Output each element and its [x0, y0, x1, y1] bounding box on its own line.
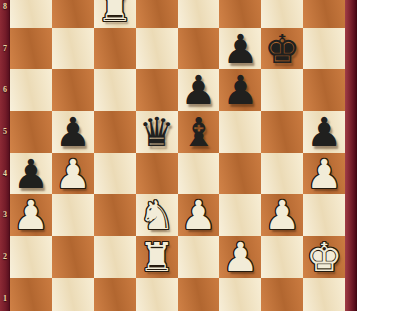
square-c3[interactable] — [94, 194, 136, 236]
square-b2[interactable] — [52, 236, 94, 278]
square-b5[interactable]: ♟ — [52, 111, 94, 153]
square-a1[interactable] — [10, 278, 52, 311]
rank-label-5: 5 — [0, 127, 10, 137]
rank-label-1: 1 — [0, 294, 10, 304]
square-g5[interactable] — [261, 111, 303, 153]
square-h1[interactable] — [303, 278, 345, 311]
square-f5[interactable] — [219, 111, 261, 153]
piece-black-pawn: ♟ — [10, 153, 52, 195]
square-e7[interactable] — [178, 28, 220, 70]
square-b3[interactable] — [52, 194, 94, 236]
square-e1[interactable] — [178, 278, 220, 311]
square-h2[interactable]: ♚ — [303, 236, 345, 278]
piece-white-pawn: ♟ — [178, 194, 220, 236]
piece-white-pawn: ♟ — [10, 194, 52, 236]
rank-label-6: 6 — [0, 85, 10, 95]
piece-white-king: ♚ — [303, 236, 345, 278]
piece-white-pawn: ♟ — [219, 236, 261, 278]
square-b8[interactable] — [52, 0, 94, 28]
square-a7[interactable] — [10, 28, 52, 70]
square-c5[interactable] — [94, 111, 136, 153]
square-b4[interactable]: ♟ — [52, 153, 94, 195]
square-a6[interactable] — [10, 69, 52, 111]
square-g3[interactable]: ♟ — [261, 194, 303, 236]
square-d4[interactable] — [136, 153, 178, 195]
piece-black-pawn: ♟ — [303, 111, 345, 153]
piece-white-knight: ♞ — [136, 194, 178, 236]
square-g6[interactable] — [261, 69, 303, 111]
square-c4[interactable] — [94, 153, 136, 195]
square-h3[interactable] — [303, 194, 345, 236]
square-c8[interactable]: ♜ — [94, 0, 136, 28]
square-g7[interactable]: ♚ — [261, 28, 303, 70]
piece-black-pawn: ♟ — [52, 111, 94, 153]
square-g2[interactable] — [261, 236, 303, 278]
square-f1[interactable] — [219, 278, 261, 311]
piece-black-pawn: ♟ — [178, 69, 220, 111]
square-c1[interactable] — [94, 278, 136, 311]
piece-white-pawn: ♟ — [303, 153, 345, 195]
rank-label-4: 4 — [0, 169, 10, 179]
square-a4[interactable]: ♟ — [10, 153, 52, 195]
square-f2[interactable]: ♟ — [219, 236, 261, 278]
square-g8[interactable] — [261, 0, 303, 28]
square-d2[interactable]: ♜ — [136, 236, 178, 278]
square-f3[interactable] — [219, 194, 261, 236]
square-h7[interactable] — [303, 28, 345, 70]
square-b1[interactable] — [52, 278, 94, 311]
square-f4[interactable] — [219, 153, 261, 195]
square-h5[interactable]: ♟ — [303, 111, 345, 153]
square-d6[interactable] — [136, 69, 178, 111]
square-d3[interactable]: ♞ — [136, 194, 178, 236]
square-f6[interactable]: ♟ — [219, 69, 261, 111]
square-e4[interactable] — [178, 153, 220, 195]
rank-label-3: 3 — [0, 210, 10, 220]
square-b6[interactable] — [52, 69, 94, 111]
square-h8[interactable] — [303, 0, 345, 28]
square-d7[interactable] — [136, 28, 178, 70]
square-e8[interactable] — [178, 0, 220, 28]
board-frame-right — [345, 0, 357, 311]
square-a8[interactable] — [10, 0, 52, 28]
piece-white-rook: ♜ — [94, 0, 136, 28]
piece-black-queen: ♛ — [136, 111, 178, 153]
piece-black-pawn: ♟ — [219, 28, 261, 70]
piece-black-bishop: ♝ — [178, 111, 220, 153]
square-d8[interactable] — [136, 0, 178, 28]
square-f8[interactable] — [219, 0, 261, 28]
square-a3[interactable]: ♟ — [10, 194, 52, 236]
square-e2[interactable] — [178, 236, 220, 278]
square-a5[interactable] — [10, 111, 52, 153]
chess-diagram: ♜♟♚♟♟♟♛♝♟♟♟♟♟♞♟♟♜♟♚ 87654321 — [0, 0, 414, 311]
piece-white-rook: ♜ — [136, 236, 178, 278]
piece-white-pawn: ♟ — [261, 194, 303, 236]
square-c6[interactable] — [94, 69, 136, 111]
rank-label-7: 7 — [0, 44, 10, 54]
square-a2[interactable] — [10, 236, 52, 278]
square-g1[interactable] — [261, 278, 303, 311]
square-e3[interactable]: ♟ — [178, 194, 220, 236]
square-h6[interactable] — [303, 69, 345, 111]
piece-white-pawn: ♟ — [52, 153, 94, 195]
piece-black-pawn: ♟ — [219, 69, 261, 111]
square-d1[interactable] — [136, 278, 178, 311]
square-c2[interactable] — [94, 236, 136, 278]
rank-label-8: 8 — [0, 2, 10, 12]
square-g4[interactable] — [261, 153, 303, 195]
square-c7[interactable] — [94, 28, 136, 70]
square-b7[interactable] — [52, 28, 94, 70]
square-h4[interactable]: ♟ — [303, 153, 345, 195]
square-f7[interactable]: ♟ — [219, 28, 261, 70]
chess-board: ♜♟♚♟♟♟♛♝♟♟♟♟♟♞♟♟♜♟♚ — [10, 0, 345, 311]
square-e6[interactable]: ♟ — [178, 69, 220, 111]
square-d5[interactable]: ♛ — [136, 111, 178, 153]
rank-label-2: 2 — [0, 252, 10, 262]
piece-black-king: ♚ — [261, 28, 303, 70]
square-e5[interactable]: ♝ — [178, 111, 220, 153]
